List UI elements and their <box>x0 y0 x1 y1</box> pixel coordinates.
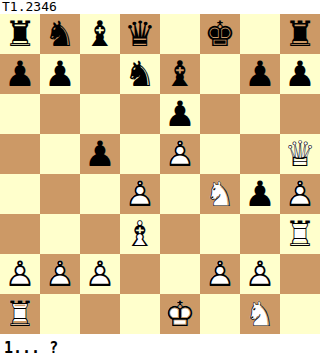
puzzle-title: T1.2346 <box>0 0 320 14</box>
white-bishop-icon-fill: ♝ <box>120 214 160 254</box>
square-f4[interactable]: ♞♘ <box>200 174 240 214</box>
white-pawn-icon: ♙ <box>280 174 320 214</box>
black-queen-icon: ♛ <box>120 14 160 54</box>
square-e2[interactable] <box>160 254 200 294</box>
white-pawn-icon-fill: ♟ <box>80 254 120 294</box>
white-pawn-icon-fill: ♟ <box>160 134 200 174</box>
square-d2[interactable] <box>120 254 160 294</box>
square-a6[interactable] <box>0 94 40 134</box>
black-pawn-icon: ♟ <box>240 174 280 214</box>
white-pawn-icon: ♙ <box>240 254 280 294</box>
square-a7[interactable]: ♟ <box>0 54 40 94</box>
square-b8[interactable]: ♞ <box>40 14 80 54</box>
square-h2[interactable] <box>280 254 320 294</box>
square-c6[interactable] <box>80 94 120 134</box>
square-g7[interactable]: ♟ <box>240 54 280 94</box>
square-c7[interactable] <box>80 54 120 94</box>
white-pawn-icon: ♙ <box>160 134 200 174</box>
white-pawn-icon: ♙ <box>0 254 40 294</box>
square-d6[interactable] <box>120 94 160 134</box>
square-h1[interactable] <box>280 294 320 334</box>
black-rook-icon: ♜ <box>0 14 40 54</box>
square-g2[interactable]: ♟♙ <box>240 254 280 294</box>
black-rook-icon: ♜ <box>280 14 320 54</box>
square-f6[interactable] <box>200 94 240 134</box>
white-knight-icon-fill: ♞ <box>240 294 280 334</box>
black-knight-icon: ♞ <box>40 14 80 54</box>
black-knight-icon: ♞ <box>120 54 160 94</box>
square-f5[interactable] <box>200 134 240 174</box>
square-h4[interactable]: ♟♙ <box>280 174 320 214</box>
chess-board: ♜♞♝♛♚♜♟♟♞♝♟♟♟♟♟♙♛♕♟♙♞♘♟♟♙♝♗♜♖♟♙♟♙♟♙♟♙♟♙♜… <box>0 14 320 334</box>
square-b5[interactable] <box>40 134 80 174</box>
square-h5[interactable]: ♛♕ <box>280 134 320 174</box>
square-d1[interactable] <box>120 294 160 334</box>
square-b1[interactable] <box>40 294 80 334</box>
black-pawn-icon: ♟ <box>160 94 200 134</box>
square-g3[interactable] <box>240 214 280 254</box>
white-knight-icon: ♘ <box>200 174 240 214</box>
square-b3[interactable] <box>40 214 80 254</box>
white-king-icon-fill: ♚ <box>160 294 200 334</box>
square-a3[interactable] <box>0 214 40 254</box>
square-b4[interactable] <box>40 174 80 214</box>
square-f1[interactable] <box>200 294 240 334</box>
square-e5[interactable]: ♟♙ <box>160 134 200 174</box>
black-pawn-icon: ♟ <box>280 54 320 94</box>
square-c8[interactable]: ♝ <box>80 14 120 54</box>
black-bishop-icon: ♝ <box>160 54 200 94</box>
square-c5[interactable]: ♟ <box>80 134 120 174</box>
white-pawn-icon: ♙ <box>40 254 80 294</box>
square-c4[interactable] <box>80 174 120 214</box>
square-d4[interactable]: ♟♙ <box>120 174 160 214</box>
square-c2[interactable]: ♟♙ <box>80 254 120 294</box>
white-pawn-icon-fill: ♟ <box>120 174 160 214</box>
square-h6[interactable] <box>280 94 320 134</box>
white-knight-icon: ♘ <box>240 294 280 334</box>
square-e8[interactable] <box>160 14 200 54</box>
square-g6[interactable] <box>240 94 280 134</box>
black-pawn-icon: ♟ <box>40 54 80 94</box>
white-pawn-icon-fill: ♟ <box>240 254 280 294</box>
move-prompt: 1... ? <box>0 334 320 360</box>
square-h8[interactable]: ♜ <box>280 14 320 54</box>
square-a2[interactable]: ♟♙ <box>0 254 40 294</box>
black-king-icon: ♚ <box>200 14 240 54</box>
white-pawn-icon: ♙ <box>120 174 160 214</box>
square-e3[interactable] <box>160 214 200 254</box>
square-g8[interactable] <box>240 14 280 54</box>
square-c3[interactable] <box>80 214 120 254</box>
white-rook-icon-fill: ♜ <box>280 214 320 254</box>
white-king-icon: ♔ <box>160 294 200 334</box>
white-pawn-icon: ♙ <box>200 254 240 294</box>
black-pawn-icon: ♟ <box>240 54 280 94</box>
square-g1[interactable]: ♞♘ <box>240 294 280 334</box>
white-rook-icon: ♖ <box>280 214 320 254</box>
square-e7[interactable]: ♝ <box>160 54 200 94</box>
square-d5[interactable] <box>120 134 160 174</box>
square-d8[interactable]: ♛ <box>120 14 160 54</box>
square-a1[interactable]: ♜♖ <box>0 294 40 334</box>
square-e4[interactable] <box>160 174 200 214</box>
white-queen-icon: ♕ <box>280 134 320 174</box>
white-pawn-icon-fill: ♟ <box>200 254 240 294</box>
black-pawn-icon: ♟ <box>80 134 120 174</box>
black-bishop-icon: ♝ <box>80 14 120 54</box>
square-b6[interactable] <box>40 94 80 134</box>
white-knight-icon-fill: ♞ <box>200 174 240 214</box>
black-pawn-icon: ♟ <box>0 54 40 94</box>
square-d3[interactable]: ♝♗ <box>120 214 160 254</box>
white-pawn-icon-fill: ♟ <box>0 254 40 294</box>
square-c1[interactable] <box>80 294 120 334</box>
square-a8[interactable]: ♜ <box>0 14 40 54</box>
square-f3[interactable] <box>200 214 240 254</box>
white-rook-icon-fill: ♜ <box>0 294 40 334</box>
white-pawn-icon: ♙ <box>80 254 120 294</box>
square-h3[interactable]: ♜♖ <box>280 214 320 254</box>
square-e6[interactable]: ♟ <box>160 94 200 134</box>
square-a4[interactable] <box>0 174 40 214</box>
white-rook-icon: ♖ <box>0 294 40 334</box>
square-a5[interactable] <box>0 134 40 174</box>
white-pawn-icon-fill: ♟ <box>280 174 320 214</box>
square-h7[interactable]: ♟ <box>280 54 320 94</box>
square-b7[interactable]: ♟ <box>40 54 80 94</box>
square-f8[interactable]: ♚ <box>200 14 240 54</box>
white-queen-icon-fill: ♛ <box>280 134 320 174</box>
square-e1[interactable]: ♚♔ <box>160 294 200 334</box>
square-f7[interactable] <box>200 54 240 94</box>
square-g5[interactable] <box>240 134 280 174</box>
square-f2[interactable]: ♟♙ <box>200 254 240 294</box>
square-d7[interactable]: ♞ <box>120 54 160 94</box>
white-pawn-icon-fill: ♟ <box>40 254 80 294</box>
square-g4[interactable]: ♟ <box>240 174 280 214</box>
white-bishop-icon: ♗ <box>120 214 160 254</box>
square-b2[interactable]: ♟♙ <box>40 254 80 294</box>
